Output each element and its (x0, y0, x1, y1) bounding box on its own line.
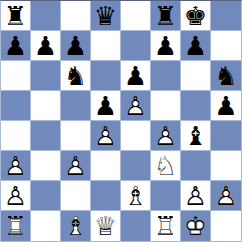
square-b2[interactable] (31, 181, 61, 211)
square-e5[interactable]: ♟♙ (121, 91, 151, 121)
square-d1[interactable]: ♛♕ (91, 211, 121, 241)
black-pawn-icon: ♟ (211, 91, 241, 120)
black-king-icon: ♚ (181, 1, 210, 30)
square-d8[interactable]: ♛ (91, 1, 121, 31)
white-pawn-icon-fill: ♟ (151, 121, 180, 150)
white-knight-icon: ♘ (151, 151, 180, 180)
white-pawn-icon-fill: ♟ (61, 151, 90, 180)
white-pawn-icon: ♙ (91, 121, 120, 150)
square-c6[interactable]: ♞ (61, 61, 91, 91)
square-e2[interactable]: ♝♗ (121, 181, 151, 211)
square-b8[interactable] (31, 1, 61, 31)
square-b6[interactable] (31, 61, 61, 91)
square-f8[interactable]: ♜ (151, 1, 181, 31)
square-h1[interactable] (211, 211, 241, 241)
square-c5[interactable] (61, 91, 91, 121)
white-pawn-icon-fill: ♟ (211, 181, 241, 210)
black-rook-icon: ♜ (1, 1, 30, 30)
black-pawn-icon: ♟ (61, 31, 90, 60)
black-pawn-icon: ♟ (121, 61, 150, 90)
square-g6[interactable] (181, 61, 211, 91)
square-h5[interactable]: ♟ (211, 91, 241, 121)
square-f5[interactable] (151, 91, 181, 121)
square-d3[interactable] (91, 151, 121, 181)
white-bishop-icon-fill: ♝ (121, 181, 150, 210)
square-c1[interactable]: ♝♗ (61, 211, 91, 241)
white-pawn-icon-fill: ♟ (181, 181, 210, 210)
square-a5[interactable] (1, 91, 31, 121)
white-rook-icon: ♖ (151, 211, 180, 241)
white-pawn-icon: ♙ (1, 151, 30, 180)
square-f2[interactable] (151, 181, 181, 211)
square-d4[interactable]: ♟♙ (91, 121, 121, 151)
square-g3[interactable] (181, 151, 211, 181)
square-h3[interactable] (211, 151, 241, 181)
square-h2[interactable]: ♟♙ (211, 181, 241, 211)
square-a6[interactable] (1, 61, 31, 91)
square-g4[interactable]: ♝ (181, 121, 211, 151)
white-king-icon-fill: ♚ (181, 211, 210, 241)
square-a2[interactable]: ♟♙ (1, 181, 31, 211)
square-h4[interactable] (211, 121, 241, 151)
square-h7[interactable] (211, 31, 241, 61)
black-pawn-icon: ♟ (31, 31, 60, 60)
white-rook-icon: ♖ (1, 211, 30, 241)
black-pawn-icon: ♟ (1, 31, 30, 60)
white-pawn-icon: ♙ (151, 121, 180, 150)
square-b1[interactable] (31, 211, 61, 241)
square-b3[interactable] (31, 151, 61, 181)
square-e6[interactable]: ♟ (121, 61, 151, 91)
white-pawn-icon-fill: ♟ (1, 181, 30, 210)
square-a8[interactable]: ♜ (1, 1, 31, 31)
white-knight-icon-fill: ♞ (151, 151, 180, 180)
square-f1[interactable]: ♜♖ (151, 211, 181, 241)
white-pawn-icon-fill: ♟ (1, 151, 30, 180)
chess-board: ♜♛♜♚♟♟♟♟♟♞♟♞♟♟♙♟♟♙♟♙♝♟♙♟♙♞♘♟♙♝♗♟♙♟♙♜♖♝♗♛… (0, 0, 242, 242)
black-pawn-icon: ♟ (151, 31, 180, 60)
square-e1[interactable] (121, 211, 151, 241)
square-b4[interactable] (31, 121, 61, 151)
square-c4[interactable] (61, 121, 91, 151)
white-pawn-icon: ♙ (211, 181, 241, 210)
square-e7[interactable] (121, 31, 151, 61)
square-e3[interactable] (121, 151, 151, 181)
square-d7[interactable] (91, 31, 121, 61)
white-bishop-icon: ♗ (121, 181, 150, 210)
square-g8[interactable]: ♚ (181, 1, 211, 31)
square-a1[interactable]: ♜♖ (1, 211, 31, 241)
white-king-icon: ♔ (181, 211, 210, 241)
square-g5[interactable] (181, 91, 211, 121)
white-queen-icon-fill: ♛ (91, 211, 120, 241)
white-pawn-icon-fill: ♟ (91, 121, 120, 150)
square-d6[interactable] (91, 61, 121, 91)
white-queen-icon: ♕ (91, 211, 120, 241)
square-h8[interactable] (211, 1, 241, 31)
white-pawn-icon: ♙ (61, 151, 90, 180)
square-a3[interactable]: ♟♙ (1, 151, 31, 181)
white-pawn-icon-fill: ♟ (121, 91, 150, 120)
square-a7[interactable]: ♟ (1, 31, 31, 61)
square-c3[interactable]: ♟♙ (61, 151, 91, 181)
black-queen-icon: ♛ (91, 1, 120, 30)
square-c7[interactable]: ♟ (61, 31, 91, 61)
square-b5[interactable] (31, 91, 61, 121)
square-h6[interactable]: ♞ (211, 61, 241, 91)
white-rook-icon-fill: ♜ (151, 211, 180, 241)
white-rook-icon-fill: ♜ (1, 211, 30, 241)
white-pawn-icon: ♙ (1, 181, 30, 210)
square-c8[interactable] (61, 1, 91, 31)
square-b7[interactable]: ♟ (31, 31, 61, 61)
square-e8[interactable] (121, 1, 151, 31)
white-pawn-icon: ♙ (121, 91, 150, 120)
black-pawn-icon: ♟ (181, 31, 210, 60)
square-d2[interactable] (91, 181, 121, 211)
black-knight-icon: ♞ (61, 61, 90, 90)
square-c2[interactable] (61, 181, 91, 211)
square-f7[interactable]: ♟ (151, 31, 181, 61)
white-bishop-icon: ♗ (61, 211, 90, 241)
black-bishop-icon: ♝ (181, 121, 210, 150)
square-f3[interactable]: ♞♘ (151, 151, 181, 181)
black-knight-icon: ♞ (211, 61, 241, 90)
black-pawn-icon: ♟ (91, 91, 120, 120)
black-rook-icon: ♜ (151, 1, 180, 30)
white-pawn-icon: ♙ (181, 181, 210, 210)
square-f4[interactable]: ♟♙ (151, 121, 181, 151)
square-g1[interactable]: ♚♔ (181, 211, 211, 241)
square-e4[interactable] (121, 121, 151, 151)
square-g2[interactable]: ♟♙ (181, 181, 211, 211)
square-a4[interactable] (1, 121, 31, 151)
square-g7[interactable]: ♟ (181, 31, 211, 61)
white-bishop-icon-fill: ♝ (61, 211, 90, 241)
square-d5[interactable]: ♟ (91, 91, 121, 121)
square-f6[interactable] (151, 61, 181, 91)
